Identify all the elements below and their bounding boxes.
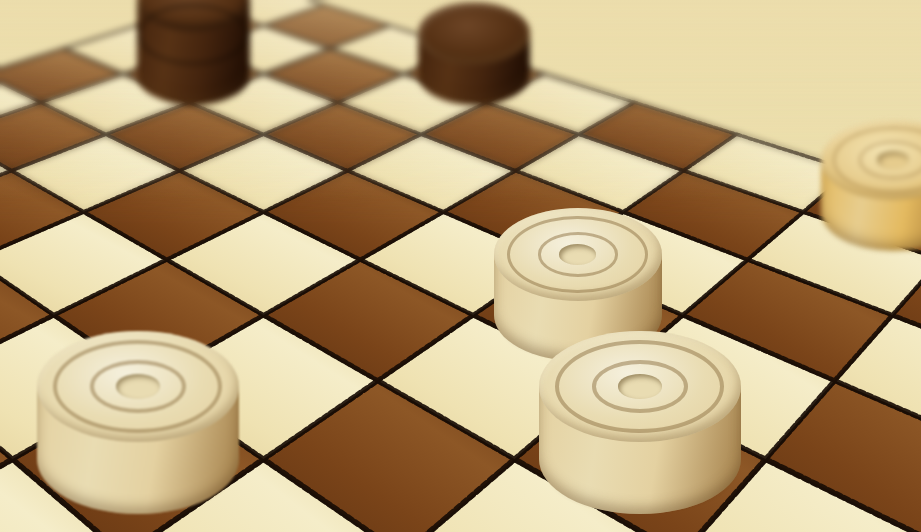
spiral-groove-center (618, 374, 662, 398)
piece-top-face (418, 2, 530, 64)
checker-piece-dark-king[interactable]: ⛃ (137, 0, 249, 105)
spiral-groove-center (559, 244, 596, 264)
spiral-groove-center (877, 151, 909, 168)
spiral-groove-center (116, 374, 160, 398)
piece-top-face (494, 208, 662, 300)
checkers-board-photo: ⛃⛂⛀⛀⛀⛀ (0, 0, 921, 532)
checker-piece-dark-man[interactable]: ⛂ (418, 2, 530, 104)
pieces-layer: ⛃⛂⛀⛀⛀⛀ (0, 0, 921, 532)
checker-piece-light-man[interactable]: ⛀ (37, 331, 238, 514)
piece-top-face (37, 331, 238, 442)
piece-top-face (539, 331, 740, 442)
checker-piece-light-man[interactable]: ⛀ (539, 331, 740, 514)
checker-piece-light-man[interactable]: ⛀ (821, 120, 921, 251)
